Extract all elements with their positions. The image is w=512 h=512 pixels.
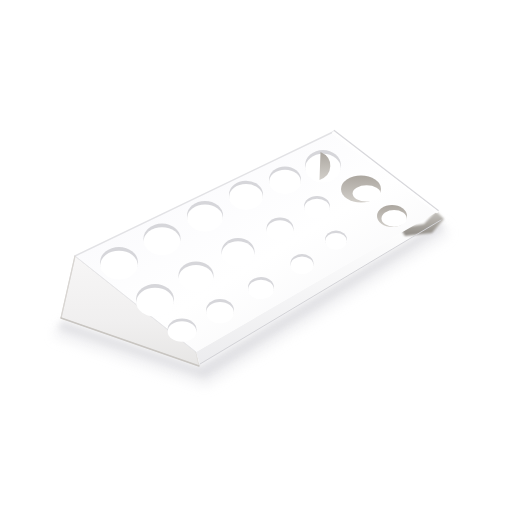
- hole-middle-4: [267, 218, 294, 241]
- hole-interior: [136, 288, 174, 317]
- hole-front-3: [248, 277, 274, 299]
- hole-interior: [269, 170, 301, 194]
- hole-front-1: [168, 319, 197, 342]
- hole-interior: [222, 241, 255, 266]
- hole-middle-3: [222, 238, 255, 266]
- hole-interior: [291, 256, 314, 274]
- hole-interior: [304, 199, 330, 219]
- hole-interior-white-crescent: [353, 185, 381, 201]
- hole-middle-1: [136, 284, 174, 317]
- hole-middle-2: [179, 262, 214, 291]
- hole-interior: [267, 220, 294, 240]
- hole-interior: [179, 265, 214, 291]
- hole-back-1: [100, 247, 138, 280]
- hole-interior: [206, 302, 234, 323]
- hole-back-2: [144, 224, 181, 256]
- hole-back-5: [269, 167, 301, 194]
- hole-front-4: [291, 254, 314, 274]
- hole-back-6: [305, 150, 341, 183]
- hole-interior-white: [382, 210, 407, 227]
- rack-illustration: [0, 0, 512, 512]
- hole-front-6: [377, 205, 407, 227]
- hole-front-2: [206, 299, 234, 323]
- product-photo: [0, 0, 512, 512]
- hole-interior: [325, 233, 347, 250]
- hole-front-5: [325, 231, 347, 250]
- hole-middle-6: [341, 176, 381, 203]
- hole-interior: [229, 184, 263, 210]
- hole-interior: [187, 205, 223, 232]
- hole-interior: [248, 280, 274, 300]
- hole-back-3: [187, 201, 223, 232]
- hole-interior: [168, 321, 197, 341]
- hole-interior: [100, 251, 138, 280]
- hole-middle-5: [304, 196, 330, 218]
- hole-interior: [144, 227, 181, 255]
- hole-back-4: [229, 181, 263, 210]
